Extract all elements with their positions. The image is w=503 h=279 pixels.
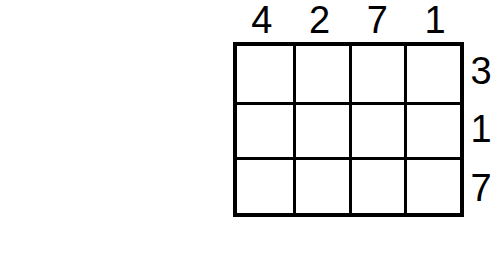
grid-cell-r1c2[interactable] (293, 46, 349, 102)
row-clue-3: 7 (464, 159, 498, 217)
row-clue-2: 1 (464, 100, 498, 158)
grid-cell-r1c1[interactable] (237, 46, 293, 102)
puzzle-grid (233, 42, 464, 217)
grid-cell-r3c3[interactable] (349, 157, 405, 213)
puzzle-canvas: 4 2 7 1 3 1 7 (0, 0, 503, 279)
column-clues: 4 2 7 1 (233, 0, 464, 40)
column-clue-4: 1 (406, 0, 464, 40)
column-clue-3: 7 (349, 0, 407, 40)
grid-cell-r3c4[interactable] (404, 157, 460, 213)
grid-cell-r3c1[interactable] (237, 157, 293, 213)
grid-cell-r2c1[interactable] (237, 102, 293, 158)
row-clue-1: 3 (464, 42, 498, 100)
grid-cell-r2c4[interactable] (404, 102, 460, 158)
column-clue-2: 2 (291, 0, 349, 40)
grid-cell-r2c2[interactable] (293, 102, 349, 158)
row-clues: 3 1 7 (464, 42, 498, 217)
column-clue-1: 4 (233, 0, 291, 40)
grid-cell-r1c4[interactable] (404, 46, 460, 102)
grid-cell-r1c3[interactable] (349, 46, 405, 102)
grid-cell-r3c2[interactable] (293, 157, 349, 213)
grid-cell-r2c3[interactable] (349, 102, 405, 158)
